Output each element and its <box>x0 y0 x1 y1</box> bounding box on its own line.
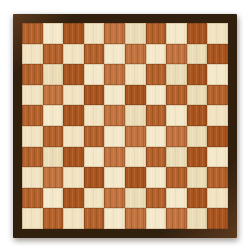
board-square[interactable] <box>207 208 228 229</box>
board-square[interactable] <box>166 64 187 85</box>
board-square[interactable] <box>166 147 187 168</box>
board-square[interactable] <box>43 126 64 147</box>
board-square[interactable] <box>63 188 84 209</box>
board-square[interactable] <box>207 23 228 44</box>
board-square[interactable] <box>43 147 64 168</box>
board-square[interactable] <box>146 188 167 209</box>
board-square[interactable] <box>207 85 228 106</box>
board-square[interactable] <box>84 126 105 147</box>
board-square[interactable] <box>146 147 167 168</box>
board-square[interactable] <box>43 208 64 229</box>
board-square[interactable] <box>207 44 228 65</box>
board-square[interactable] <box>146 105 167 126</box>
board-square[interactable] <box>43 188 64 209</box>
board-square[interactable] <box>63 85 84 106</box>
board-square[interactable] <box>187 44 208 65</box>
board-square[interactable] <box>84 23 105 44</box>
board-square[interactable] <box>104 188 125 209</box>
board-square[interactable] <box>146 23 167 44</box>
board-square[interactable] <box>125 44 146 65</box>
board-square[interactable] <box>63 23 84 44</box>
board-square[interactable] <box>187 208 208 229</box>
board-square[interactable] <box>125 23 146 44</box>
board-frame <box>13 14 237 238</box>
board-square[interactable] <box>187 126 208 147</box>
board-square[interactable] <box>146 208 167 229</box>
board-square[interactable] <box>104 64 125 85</box>
board-square[interactable] <box>146 64 167 85</box>
board-square[interactable] <box>125 105 146 126</box>
board-square[interactable] <box>22 64 43 85</box>
board-square[interactable] <box>22 167 43 188</box>
board-square[interactable] <box>125 188 146 209</box>
board-square[interactable] <box>63 44 84 65</box>
board-square[interactable] <box>187 64 208 85</box>
board-square[interactable] <box>166 44 187 65</box>
board-square[interactable] <box>22 44 43 65</box>
board-square[interactable] <box>22 23 43 44</box>
board-square[interactable] <box>125 85 146 106</box>
board-square[interactable] <box>187 147 208 168</box>
board-square[interactable] <box>207 64 228 85</box>
board-square[interactable] <box>125 147 146 168</box>
board-square[interactable] <box>104 105 125 126</box>
board-square[interactable] <box>84 167 105 188</box>
board-square[interactable] <box>166 126 187 147</box>
board-square[interactable] <box>146 85 167 106</box>
board-square[interactable] <box>104 85 125 106</box>
board-square[interactable] <box>146 44 167 65</box>
board-square[interactable] <box>63 167 84 188</box>
board-square[interactable] <box>207 126 228 147</box>
board-square[interactable] <box>104 167 125 188</box>
board-square[interactable] <box>63 126 84 147</box>
product-photo <box>0 0 250 250</box>
board-square[interactable] <box>84 105 105 126</box>
board-square[interactable] <box>84 85 105 106</box>
board-square[interactable] <box>187 188 208 209</box>
board-square[interactable] <box>104 44 125 65</box>
board-square[interactable] <box>146 126 167 147</box>
board-square[interactable] <box>166 85 187 106</box>
draughts-board <box>22 23 228 229</box>
board-square[interactable] <box>125 208 146 229</box>
board-square[interactable] <box>22 126 43 147</box>
board-square[interactable] <box>125 167 146 188</box>
board-square[interactable] <box>43 23 64 44</box>
board-square[interactable] <box>43 105 64 126</box>
board-square[interactable] <box>207 188 228 209</box>
board-square[interactable] <box>22 85 43 106</box>
board-square[interactable] <box>166 167 187 188</box>
board-square[interactable] <box>84 44 105 65</box>
board-square[interactable] <box>43 64 64 85</box>
board-square[interactable] <box>22 208 43 229</box>
board-square[interactable] <box>84 147 105 168</box>
board-square[interactable] <box>166 23 187 44</box>
board-square[interactable] <box>104 208 125 229</box>
board-square[interactable] <box>104 126 125 147</box>
board-square[interactable] <box>166 105 187 126</box>
board-square[interactable] <box>207 167 228 188</box>
board-square[interactable] <box>187 105 208 126</box>
board-square[interactable] <box>84 64 105 85</box>
board-square[interactable] <box>22 188 43 209</box>
board-square[interactable] <box>187 85 208 106</box>
board-square[interactable] <box>187 23 208 44</box>
board-square[interactable] <box>125 64 146 85</box>
board-square[interactable] <box>207 147 228 168</box>
board-square[interactable] <box>63 147 84 168</box>
board-square[interactable] <box>43 85 64 106</box>
board-square[interactable] <box>84 208 105 229</box>
board-square[interactable] <box>63 105 84 126</box>
board-square[interactable] <box>166 208 187 229</box>
board-square[interactable] <box>63 64 84 85</box>
board-square[interactable] <box>166 188 187 209</box>
board-square[interactable] <box>104 23 125 44</box>
board-square[interactable] <box>125 126 146 147</box>
board-square[interactable] <box>84 188 105 209</box>
board-square[interactable] <box>43 44 64 65</box>
board-square[interactable] <box>22 105 43 126</box>
board-square[interactable] <box>207 105 228 126</box>
board-square[interactable] <box>22 147 43 168</box>
board-square[interactable] <box>104 147 125 168</box>
board-square[interactable] <box>63 208 84 229</box>
board-square[interactable] <box>187 167 208 188</box>
board-square[interactable] <box>146 167 167 188</box>
board-square[interactable] <box>43 167 64 188</box>
